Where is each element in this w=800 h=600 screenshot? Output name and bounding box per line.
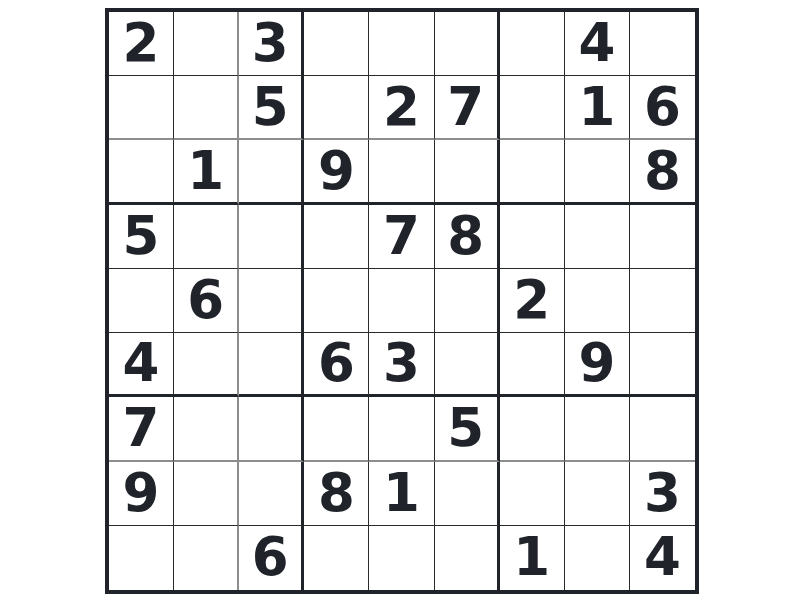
given-digit: 5	[447, 401, 484, 454]
given-digit: 6	[187, 273, 224, 326]
cell-r6c6[interactable]	[435, 333, 500, 397]
cell-r4c2[interactable]	[174, 205, 239, 269]
cell-r1c7[interactable]	[500, 12, 565, 76]
cell-r7c2[interactable]	[174, 397, 239, 461]
cell-r3c4: 9	[304, 140, 369, 204]
cell-r4c1: 5	[109, 205, 174, 269]
given-digit: 8	[447, 209, 484, 262]
cell-r5c3[interactable]	[239, 269, 304, 333]
cell-r3c3[interactable]	[239, 140, 304, 204]
cell-r6c5: 3	[369, 333, 434, 397]
cell-r4c4[interactable]	[304, 205, 369, 269]
cell-r6c7[interactable]	[500, 333, 565, 397]
cell-r9c6[interactable]	[435, 526, 500, 590]
cell-r5c2: 6	[174, 269, 239, 333]
cell-r9c4[interactable]	[304, 526, 369, 590]
cell-r9c5[interactable]	[369, 526, 434, 590]
given-digit: 8	[318, 466, 355, 519]
cell-r4c8[interactable]	[565, 205, 630, 269]
cell-r3c6[interactable]	[435, 140, 500, 204]
cell-r3c8[interactable]	[565, 140, 630, 204]
cell-r9c9: 4	[630, 526, 695, 590]
cell-r1c6[interactable]	[435, 12, 500, 76]
cell-r1c3: 3	[239, 12, 304, 76]
cell-r2c8: 1	[565, 76, 630, 140]
given-digit: 6	[318, 336, 355, 389]
cell-r8c9: 3	[630, 462, 695, 526]
given-digit: 6	[252, 530, 289, 583]
given-digit: 2	[513, 273, 550, 326]
given-digit: 9	[123, 466, 160, 519]
cell-r8c8[interactable]	[565, 462, 630, 526]
given-digit: 8	[644, 144, 681, 197]
cell-r8c1: 9	[109, 462, 174, 526]
page-background: 23452716198578624639759813614	[0, 0, 800, 600]
cell-r5c7: 2	[500, 269, 565, 333]
cell-r3c5[interactable]	[369, 140, 434, 204]
given-digit: 4	[644, 530, 681, 583]
cell-r3c7[interactable]	[500, 140, 565, 204]
cell-r7c5[interactable]	[369, 397, 434, 461]
cell-r1c2[interactable]	[174, 12, 239, 76]
cell-r2c6: 7	[435, 76, 500, 140]
cell-r7c6: 5	[435, 397, 500, 461]
given-digit: 5	[252, 80, 289, 133]
cell-r1c5[interactable]	[369, 12, 434, 76]
cell-r3c1[interactable]	[109, 140, 174, 204]
cell-r5c4[interactable]	[304, 269, 369, 333]
given-digit: 6	[644, 80, 681, 133]
cell-r4c9[interactable]	[630, 205, 695, 269]
cell-r9c3: 6	[239, 526, 304, 590]
cell-r7c7[interactable]	[500, 397, 565, 461]
given-digit: 7	[383, 209, 420, 262]
cell-r9c2[interactable]	[174, 526, 239, 590]
cell-r4c6: 8	[435, 205, 500, 269]
cell-r5c9[interactable]	[630, 269, 695, 333]
cell-r4c3[interactable]	[239, 205, 304, 269]
given-digit: 3	[383, 336, 420, 389]
cell-r2c3: 5	[239, 76, 304, 140]
cell-r8c2[interactable]	[174, 462, 239, 526]
cell-r7c1: 7	[109, 397, 174, 461]
cell-r1c8: 4	[565, 12, 630, 76]
cell-r2c4[interactable]	[304, 76, 369, 140]
cell-r5c5[interactable]	[369, 269, 434, 333]
given-digit: 1	[383, 466, 420, 519]
cell-r4c7[interactable]	[500, 205, 565, 269]
cell-r7c9[interactable]	[630, 397, 695, 461]
given-digit: 3	[252, 16, 289, 69]
cell-r5c1[interactable]	[109, 269, 174, 333]
cell-r8c7[interactable]	[500, 462, 565, 526]
given-digit: 9	[578, 336, 615, 389]
cell-r6c3[interactable]	[239, 333, 304, 397]
cell-r1c1: 2	[109, 12, 174, 76]
cell-r8c6[interactable]	[435, 462, 500, 526]
cell-r8c5: 1	[369, 462, 434, 526]
given-digit: 1	[578, 80, 615, 133]
cell-r8c4: 8	[304, 462, 369, 526]
cell-r2c9: 6	[630, 76, 695, 140]
given-digit: 4	[578, 16, 615, 69]
given-digit: 2	[383, 80, 420, 133]
given-digit: 2	[123, 16, 160, 69]
cell-r6c4: 6	[304, 333, 369, 397]
given-digit: 1	[513, 530, 550, 583]
given-digit: 5	[123, 209, 160, 262]
cell-r3c2: 1	[174, 140, 239, 204]
cell-r1c9[interactable]	[630, 12, 695, 76]
cell-r5c8[interactable]	[565, 269, 630, 333]
cell-r6c9[interactable]	[630, 333, 695, 397]
cell-r1c4[interactable]	[304, 12, 369, 76]
cell-r7c3[interactable]	[239, 397, 304, 461]
cell-r2c5: 2	[369, 76, 434, 140]
cell-r7c8[interactable]	[565, 397, 630, 461]
cell-r4c5: 7	[369, 205, 434, 269]
given-digit: 7	[123, 401, 160, 454]
cell-r3c9: 8	[630, 140, 695, 204]
cell-r9c7: 1	[500, 526, 565, 590]
cell-r7c4[interactable]	[304, 397, 369, 461]
cell-r6c1: 4	[109, 333, 174, 397]
cell-r5c6[interactable]	[435, 269, 500, 333]
cell-r2c2[interactable]	[174, 76, 239, 140]
sudoku-board: 23452716198578624639759813614	[105, 8, 699, 594]
cell-r6c8: 9	[565, 333, 630, 397]
given-digit: 3	[644, 466, 681, 519]
given-digit: 7	[447, 80, 484, 133]
given-digit: 4	[123, 336, 160, 389]
given-digit: 1	[187, 144, 224, 197]
cell-r9c1[interactable]	[109, 526, 174, 590]
cell-r8c3[interactable]	[239, 462, 304, 526]
cell-r9c8[interactable]	[565, 526, 630, 590]
cell-r2c1[interactable]	[109, 76, 174, 140]
given-digit: 9	[318, 144, 355, 197]
cell-r6c2[interactable]	[174, 333, 239, 397]
cell-r2c7[interactable]	[500, 76, 565, 140]
